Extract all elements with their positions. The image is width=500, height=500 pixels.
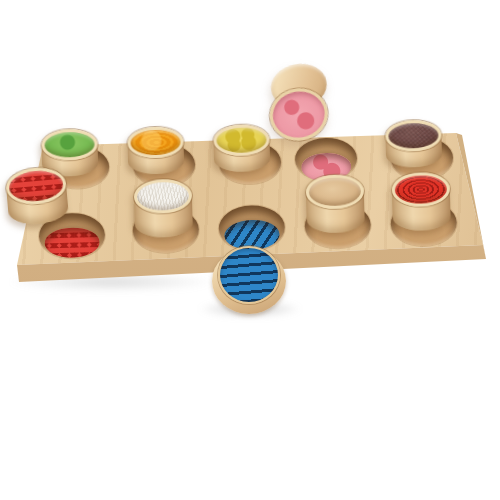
slot-r2c4-tan-plain[interactable] xyxy=(294,191,382,261)
loose-piece-blue-stripes-cylinder[interactable] xyxy=(210,242,288,316)
tan-plain-cylinder[interactable] xyxy=(305,174,364,233)
white-fur-cylinder[interactable] xyxy=(134,179,193,238)
product-photo-stage xyxy=(0,0,500,500)
loose-piece-pink-dots-cylinder[interactable] xyxy=(258,58,345,150)
brown-sandpaper-cylinder[interactable] xyxy=(385,119,442,167)
red-rings-cylinder[interactable] xyxy=(391,172,450,231)
slot-r2c5-red-rings[interactable] xyxy=(380,188,468,258)
loose-piece-red-zigzag-cylinder[interactable] xyxy=(5,165,70,226)
orange-ripple-cylinder[interactable] xyxy=(127,126,184,174)
yellow-dots-cylinder[interactable] xyxy=(213,124,270,172)
blue-stripes-texture-top xyxy=(218,246,280,304)
slot-r2c2-white-fur[interactable] xyxy=(122,195,210,265)
